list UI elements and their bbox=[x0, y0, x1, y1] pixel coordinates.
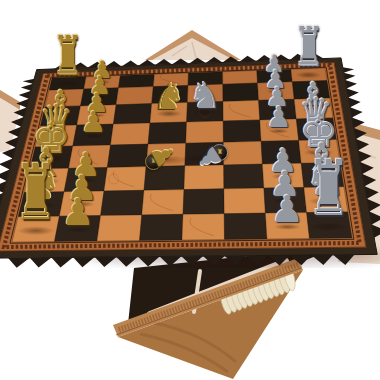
rook-glyph: ♜ bbox=[15, 155, 57, 232]
knight-glyph: ♞ bbox=[153, 79, 185, 115]
rook-glyph: ♜ bbox=[308, 151, 350, 228]
pawn-glyph: ♟ bbox=[81, 108, 107, 137]
pawn-glyph: ♟ bbox=[266, 103, 292, 132]
piece-silver-rook-h8[interactable]: ♜ bbox=[306, 177, 352, 229]
piece-gold-rook-h1[interactable]: ♜ bbox=[13, 181, 59, 233]
pawn-glyph: ♟ bbox=[270, 191, 303, 228]
pieces-layer: ♜♝♛♚♝♞♜♟♟♟♟♟♟♟♞♜♟♜♝♛♚♝♞♜♟♟♟♟♟♟♟♞♜♟ bbox=[0, 0, 380, 380]
piece-silver-knight-c5[interactable]: ♞ bbox=[189, 78, 221, 114]
chess-set-product-photo: ♜♝♛♚♝♞♜♟♟♟♟♟♟♟♞♜♟♜♝♛♚♝♞♜♟♟♟♟♟♟♟♞♜♟ bbox=[0, 0, 380, 380]
piece-gold-knight-c4[interactable]: ♞ bbox=[153, 79, 185, 115]
rook-glyph: ♜ bbox=[294, 21, 324, 76]
piece-gold-pawn-h2[interactable]: ♟ bbox=[61, 194, 94, 231]
pawn-glyph: ♟ bbox=[61, 194, 94, 231]
rook-glyph: ♜ bbox=[53, 30, 83, 85]
piece-silver-rook-a8[interactable]: ♜ bbox=[292, 39, 325, 76]
piece-silver-pawn-h7[interactable]: ♟ bbox=[270, 191, 303, 228]
piece-gold-rook-a1[interactable]: ♜ bbox=[51, 48, 84, 85]
piece-gold-pawn-d2[interactable]: ♟ bbox=[81, 108, 107, 137]
knight-glyph: ♞ bbox=[189, 78, 221, 114]
piece-silver-pawn-d7[interactable]: ♟ bbox=[266, 103, 292, 132]
